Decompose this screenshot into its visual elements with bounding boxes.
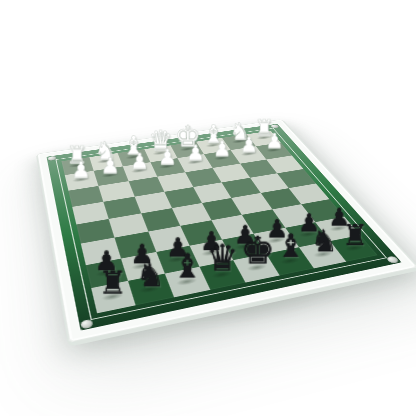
corner-screw-icon <box>80 319 93 329</box>
black-rook-glyph: ♜ <box>91 267 135 299</box>
corner-screw-icon <box>386 256 400 264</box>
black-bishop-glyph: ♝ <box>166 250 209 283</box>
product-photo-scene: ♜♞♝♛♚♝♞♜♟♟♟♟♟♟♟♟♟♟♟♟♟♟♟♟♜♞♝♛♚♝♞♜ <box>0 0 416 416</box>
black-knight-glyph: ♞ <box>129 259 173 292</box>
